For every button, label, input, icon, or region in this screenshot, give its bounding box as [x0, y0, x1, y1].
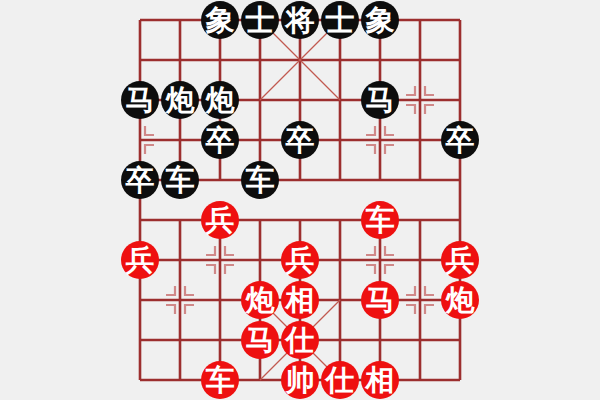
pieces-layer: 象士将士象马炮炮马卒卒卒卒车车兵车兵兵兵炮相马炮马仕车帅仕相: [120, 0, 480, 400]
piece-black-chariot[interactable]: 车: [161, 161, 199, 199]
piece-red-horse[interactable]: 马: [241, 321, 279, 359]
piece-red-advisor[interactable]: 仕: [281, 321, 319, 359]
piece-red-cannon[interactable]: 炮: [441, 281, 479, 319]
piece-red-pawn[interactable]: 兵: [121, 241, 159, 279]
piece-red-general[interactable]: 帅: [281, 361, 319, 399]
piece-black-cannon[interactable]: 炮: [201, 81, 239, 119]
piece-red-chariot[interactable]: 车: [201, 361, 239, 399]
piece-black-pawn[interactable]: 卒: [281, 121, 319, 159]
piece-red-pawn[interactable]: 兵: [201, 201, 239, 239]
app-background: 象士将士象马炮炮马卒卒卒卒车车兵车兵兵兵炮相马炮马仕车帅仕相: [0, 0, 600, 400]
piece-black-elephant[interactable]: 象: [201, 1, 239, 39]
piece-red-elephant[interactable]: 相: [281, 281, 319, 319]
piece-red-cannon[interactable]: 炮: [241, 281, 279, 319]
piece-red-advisor[interactable]: 仕: [321, 361, 359, 399]
piece-red-chariot[interactable]: 车: [361, 201, 399, 239]
piece-black-cannon[interactable]: 炮: [161, 81, 199, 119]
xiangqi-board[interactable]: 象士将士象马炮炮马卒卒卒卒车车兵车兵兵兵炮相马炮马仕车帅仕相: [120, 0, 480, 400]
piece-red-elephant[interactable]: 相: [361, 361, 399, 399]
piece-black-horse[interactable]: 马: [121, 81, 159, 119]
piece-red-pawn[interactable]: 兵: [441, 241, 479, 279]
piece-black-advisor[interactable]: 士: [321, 1, 359, 39]
piece-black-chariot[interactable]: 车: [241, 161, 279, 199]
piece-black-advisor[interactable]: 士: [241, 1, 279, 39]
piece-red-horse[interactable]: 马: [361, 281, 399, 319]
piece-black-elephant[interactable]: 象: [361, 1, 399, 39]
piece-black-horse[interactable]: 马: [361, 81, 399, 119]
piece-red-pawn[interactable]: 兵: [281, 241, 319, 279]
piece-black-general[interactable]: 将: [281, 1, 319, 39]
piece-black-pawn[interactable]: 卒: [201, 121, 239, 159]
piece-black-pawn[interactable]: 卒: [441, 121, 479, 159]
piece-black-pawn[interactable]: 卒: [121, 161, 159, 199]
